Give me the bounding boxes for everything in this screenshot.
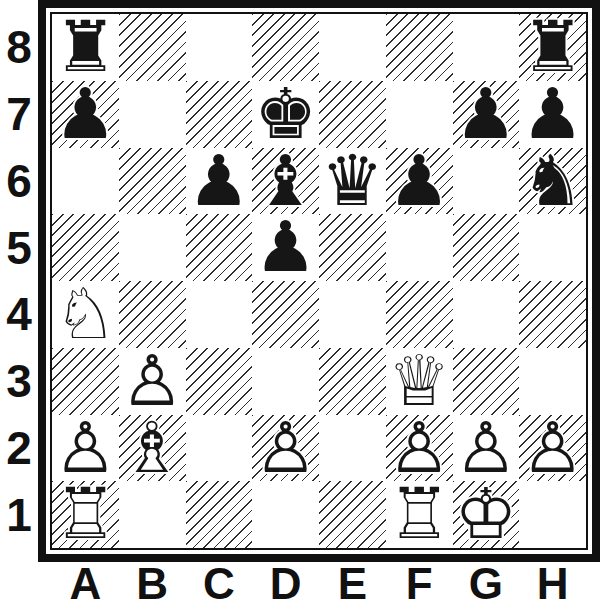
white-knight-piece[interactable]: ♞♘ (52, 281, 119, 348)
square-a4[interactable]: ♞♘ (52, 281, 119, 348)
square-h3[interactable] (519, 348, 586, 415)
white-rook-glyph: ♖ (54, 473, 117, 555)
rank-labels: 87654321 (0, 0, 38, 562)
black-pawn-piece[interactable]: ♟ (519, 81, 586, 148)
square-f8[interactable] (386, 14, 453, 81)
square-b6[interactable] (119, 148, 186, 215)
black-pawn-piece[interactable]: ♟ (252, 214, 319, 281)
black-knight-piece[interactable]: ♞ (519, 148, 586, 215)
square-a5[interactable] (52, 214, 119, 281)
square-h4[interactable] (519, 281, 586, 348)
square-f1[interactable]: ♜♖ (386, 481, 453, 548)
rank-label-6: 6 (0, 148, 38, 215)
square-f7[interactable] (386, 81, 453, 148)
square-e6[interactable]: ♛ (319, 148, 386, 215)
square-g6[interactable] (453, 148, 520, 215)
square-g2[interactable]: ♟♙ (453, 415, 520, 482)
black-king-piece[interactable]: ♚ (252, 81, 319, 148)
square-d5[interactable]: ♟ (252, 214, 319, 281)
square-f3[interactable]: ♛♕ (386, 348, 453, 415)
white-bishop-glyph: ♗ (121, 407, 184, 489)
file-label-d: D (252, 562, 319, 606)
square-a8[interactable]: ♜ (52, 14, 119, 81)
square-b8[interactable] (119, 14, 186, 81)
black-pawn-piece[interactable]: ♟ (52, 81, 119, 148)
file-label-g: G (453, 562, 520, 606)
square-g4[interactable] (453, 281, 520, 348)
square-a6[interactable] (52, 148, 119, 215)
square-e8[interactable] (319, 14, 386, 81)
square-a7[interactable]: ♟ (52, 81, 119, 148)
square-g1[interactable]: ♚♔ (453, 481, 520, 548)
black-pawn-piece[interactable]: ♟ (186, 148, 253, 215)
square-c4[interactable] (186, 281, 253, 348)
square-e3[interactable] (319, 348, 386, 415)
rank-label-4: 4 (0, 281, 38, 348)
black-pawn-glyph: ♟ (54, 73, 117, 155)
white-rook-piece[interactable]: ♜♖ (52, 481, 119, 548)
white-pawn-piece[interactable]: ♟♙ (386, 415, 453, 482)
rank-label-8: 8 (0, 14, 38, 81)
white-queen-piece[interactable]: ♛♕ (386, 348, 453, 415)
rank-label-5: 5 (0, 214, 38, 281)
square-h6[interactable]: ♞ (519, 148, 586, 215)
square-c5[interactable] (186, 214, 253, 281)
white-rook-piece[interactable]: ♜♖ (386, 481, 453, 548)
square-e2[interactable] (319, 415, 386, 482)
square-g7[interactable]: ♟ (453, 81, 520, 148)
square-d6[interactable]: ♝ (252, 148, 319, 215)
file-label-a: A (52, 562, 119, 606)
black-rook-piece[interactable]: ♜ (519, 14, 586, 81)
square-g8[interactable] (453, 14, 520, 81)
square-g3[interactable] (453, 348, 520, 415)
chess-diagram: 87654321 ♜♜♟♚♟♟♟♝♛♟♞♟♞♘♟♙♛♕♟♙♝♗♟♙♟♙♟♙♟♙♜… (0, 0, 600, 606)
square-e7[interactable] (319, 81, 386, 148)
square-a3[interactable] (52, 348, 119, 415)
square-h5[interactable] (519, 214, 586, 281)
square-d1[interactable] (252, 481, 319, 548)
rank-label-1: 1 (0, 481, 38, 548)
square-b3[interactable]: ♟♙ (119, 348, 186, 415)
white-king-piece[interactable]: ♚♔ (453, 481, 520, 548)
file-label-h: H (519, 562, 586, 606)
square-f4[interactable] (386, 281, 453, 348)
black-pawn-piece[interactable]: ♟ (386, 148, 453, 215)
square-h7[interactable]: ♟ (519, 81, 586, 148)
white-pawn-glyph: ♙ (254, 407, 317, 489)
square-f5[interactable] (386, 214, 453, 281)
square-d8[interactable] (252, 14, 319, 81)
diagram-layout: 87654321 ♜♜♟♚♟♟♟♝♛♟♞♟♞♘♟♙♛♕♟♙♝♗♟♙♟♙♟♙♟♙♜… (0, 0, 600, 606)
rank-label-7: 7 (0, 81, 38, 148)
square-e1[interactable] (319, 481, 386, 548)
corner-spacer (0, 562, 38, 606)
black-rook-piece[interactable]: ♜ (52, 14, 119, 81)
white-pawn-glyph: ♙ (521, 407, 584, 489)
square-b5[interactable] (119, 214, 186, 281)
rank-label-3: 3 (0, 348, 38, 415)
white-pawn-piece[interactable]: ♟♙ (453, 415, 520, 482)
square-c1[interactable] (186, 481, 253, 548)
square-g5[interactable] (453, 214, 520, 281)
square-a1[interactable]: ♜♖ (52, 481, 119, 548)
file-label-b: B (119, 562, 186, 606)
square-b1[interactable] (119, 481, 186, 548)
square-a2[interactable]: ♟♙ (52, 415, 119, 482)
rank-label-2: 2 (0, 415, 38, 482)
square-c6[interactable]: ♟ (186, 148, 253, 215)
black-pawn-piece[interactable]: ♟ (453, 81, 520, 148)
square-e5[interactable] (319, 214, 386, 281)
white-pawn-piece[interactable]: ♟♙ (519, 415, 586, 482)
file-labels: ABCDEFGH (38, 562, 600, 606)
square-h2[interactable]: ♟♙ (519, 415, 586, 482)
black-pawn-glyph: ♟ (388, 140, 451, 222)
white-knight-glyph: ♘ (54, 273, 117, 355)
black-bishop-piece[interactable]: ♝ (252, 148, 319, 215)
white-king-glyph: ♔ (454, 473, 517, 555)
square-d3[interactable] (252, 348, 319, 415)
white-pawn-piece[interactable]: ♟♙ (52, 415, 119, 482)
board-frame: ♜♜♟♚♟♟♟♝♛♟♞♟♞♘♟♙♛♕♟♙♝♗♟♙♟♙♟♙♟♙♜♖♜♖♚♔ (38, 0, 600, 562)
file-label-c: C (186, 562, 253, 606)
square-d4[interactable] (252, 281, 319, 348)
square-b2[interactable]: ♝♗ (119, 415, 186, 482)
black-queen-piece[interactable]: ♛ (319, 148, 386, 215)
black-pawn-glyph: ♟ (454, 73, 517, 155)
black-pawn-glyph: ♟ (254, 206, 317, 288)
square-e4[interactable] (319, 281, 386, 348)
chess-board: ♜♜♟♚♟♟♟♝♛♟♞♟♞♘♟♙♛♕♟♙♝♗♟♙♟♙♟♙♟♙♜♖♜♖♚♔ (50, 12, 588, 550)
square-b7[interactable] (119, 81, 186, 148)
square-f2[interactable]: ♟♙ (386, 415, 453, 482)
square-c7[interactable] (186, 81, 253, 148)
white-pawn-piece[interactable]: ♟♙ (252, 415, 319, 482)
black-knight-glyph: ♞ (521, 140, 584, 222)
white-bishop-piece[interactable]: ♝♗ (119, 415, 186, 482)
board-frame-gap: ♜♜♟♚♟♟♟♝♛♟♞♟♞♘♟♙♛♕♟♙♝♗♟♙♟♙♟♙♟♙♜♖♜♖♚♔ (46, 8, 592, 554)
square-h1[interactable] (519, 481, 586, 548)
white-pawn-piece[interactable]: ♟♙ (119, 348, 186, 415)
white-rook-glyph: ♖ (388, 473, 451, 555)
black-queen-glyph: ♛ (321, 140, 384, 222)
file-label-e: E (319, 562, 386, 606)
file-label-f: F (386, 562, 453, 606)
square-b4[interactable] (119, 281, 186, 348)
square-d2[interactable]: ♟♙ (252, 415, 319, 482)
black-pawn-glyph: ♟ (187, 140, 250, 222)
square-c3[interactable] (186, 348, 253, 415)
square-h8[interactable]: ♜ (519, 14, 586, 81)
square-d7[interactable]: ♚ (252, 81, 319, 148)
square-c2[interactable] (186, 415, 253, 482)
square-c8[interactable] (186, 14, 253, 81)
square-f6[interactable]: ♟ (386, 148, 453, 215)
